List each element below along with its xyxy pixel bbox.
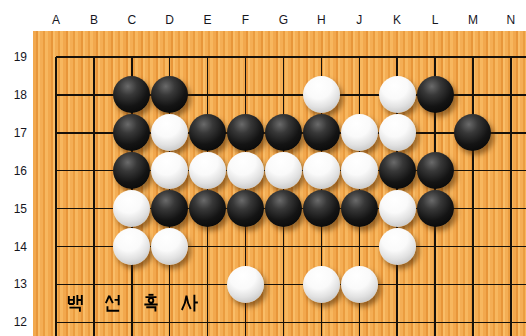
white-stone-K17[interactable] xyxy=(379,114,416,151)
column-label-B: B xyxy=(90,12,98,28)
black-stone-H17[interactable] xyxy=(303,114,340,151)
column-label-L: L xyxy=(432,12,439,28)
black-stone-K16[interactable] xyxy=(379,152,416,189)
black-stone-F15[interactable] xyxy=(227,190,264,227)
column-label-M: M xyxy=(468,12,478,28)
column-label-H: H xyxy=(317,12,326,28)
row-label-15: 15 xyxy=(0,202,27,216)
white-stone-H13[interactable] xyxy=(303,266,340,303)
black-stone-J15[interactable] xyxy=(341,190,378,227)
row-label-13: 13 xyxy=(0,277,27,291)
white-stone-J17[interactable] xyxy=(341,114,378,151)
white-stone-D14[interactable] xyxy=(151,228,188,265)
row-label-19: 19 xyxy=(0,50,27,64)
row-label-12: 12 xyxy=(0,315,27,329)
row-label-14: 14 xyxy=(0,240,27,254)
black-stone-L16[interactable] xyxy=(417,152,454,189)
white-stone-K14[interactable] xyxy=(379,228,416,265)
black-stone-L18[interactable] xyxy=(417,76,454,113)
white-stone-F16[interactable] xyxy=(227,152,264,189)
row-label-18: 18 xyxy=(0,88,27,102)
black-stone-D15[interactable] xyxy=(151,190,188,227)
caption-char-4 xyxy=(179,294,198,313)
column-label-J: J xyxy=(356,12,362,28)
go-board[interactable] xyxy=(33,31,526,336)
white-stone-F13[interactable] xyxy=(227,266,264,303)
column-label-K: K xyxy=(393,12,401,28)
white-stone-K15[interactable] xyxy=(379,190,416,227)
caption-char-1 xyxy=(65,294,84,313)
white-stone-J16[interactable] xyxy=(341,152,378,189)
column-label-N: N xyxy=(506,12,515,28)
column-label-C: C xyxy=(127,12,136,28)
black-stone-E15[interactable] xyxy=(189,190,226,227)
black-stone-G17[interactable] xyxy=(265,114,302,151)
black-stone-G15[interactable] xyxy=(265,190,302,227)
caption-char-2 xyxy=(103,294,122,313)
go-problem-screen: ABCDEFGHJKLMN 1918171615141312 xyxy=(0,0,526,336)
black-stone-L15[interactable] xyxy=(417,190,454,227)
column-label-E: E xyxy=(204,12,212,28)
white-stone-G16[interactable] xyxy=(265,152,302,189)
row-label-16: 16 xyxy=(0,164,27,178)
white-stone-H16[interactable] xyxy=(303,152,340,189)
column-label-D: D xyxy=(165,12,174,28)
caption-char-3 xyxy=(141,294,160,313)
row-label-17: 17 xyxy=(0,126,27,140)
white-stone-J13[interactable] xyxy=(341,266,378,303)
white-stone-H18[interactable] xyxy=(303,76,340,113)
column-label-F: F xyxy=(242,12,249,28)
white-stone-E16[interactable] xyxy=(189,152,226,189)
column-label-G: G xyxy=(279,12,288,28)
column-label-A: A xyxy=(52,12,60,28)
black-stone-H15[interactable] xyxy=(303,190,340,227)
white-stone-K18[interactable] xyxy=(379,76,416,113)
